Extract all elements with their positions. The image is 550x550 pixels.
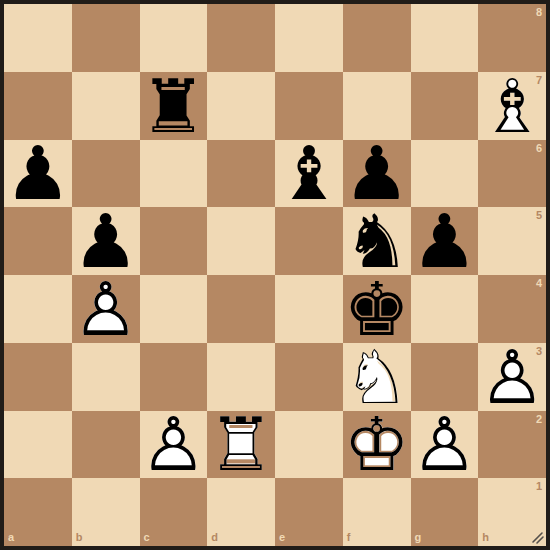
- square-e7[interactable]: [275, 72, 343, 140]
- file-label-c: c: [144, 532, 150, 543]
- file-label-h: h: [482, 532, 489, 543]
- piece-white-pawn[interactable]: ♟♙: [411, 411, 479, 479]
- square-g8[interactable]: [411, 4, 479, 72]
- square-a3[interactable]: [4, 343, 72, 411]
- file-label-d: d: [211, 532, 218, 543]
- square-h7[interactable]: 7♝♗: [478, 72, 546, 140]
- piece-black-bishop[interactable]: ♝: [275, 140, 343, 208]
- rank-label-2: 2: [536, 414, 542, 425]
- square-b6[interactable]: [72, 140, 140, 208]
- piece-white-rook[interactable]: ♜♖: [207, 411, 275, 479]
- chess-board-frame: 8♜7♝♗♟♝♟6♟♞♟5♟♙♚4♞♘3♟♙♟♙♜♖♚♔♟♙2abcdefg1h: [0, 0, 550, 550]
- square-b3[interactable]: [72, 343, 140, 411]
- square-e5[interactable]: [275, 207, 343, 275]
- rank-label-5: 5: [536, 210, 542, 221]
- square-g1[interactable]: g: [411, 478, 479, 546]
- piece-black-pawn[interactable]: ♟: [4, 140, 72, 208]
- piece-black-knight[interactable]: ♞: [343, 207, 411, 275]
- file-label-f: f: [347, 532, 351, 543]
- piece-white-bishop[interactable]: ♝♗: [478, 72, 546, 140]
- piece-black-pawn[interactable]: ♟: [411, 207, 479, 275]
- chess-board: 8♜7♝♗♟♝♟6♟♞♟5♟♙♚4♞♘3♟♙♟♙♜♖♚♔♟♙2abcdefg1h: [4, 4, 546, 546]
- piece-black-pawn[interactable]: ♟: [343, 140, 411, 208]
- piece-black-pawn[interactable]: ♟: [72, 207, 140, 275]
- square-b4[interactable]: ♟♙: [72, 275, 140, 343]
- square-h4[interactable]: 4: [478, 275, 546, 343]
- square-c3[interactable]: [140, 343, 208, 411]
- rank-label-4: 4: [536, 278, 542, 289]
- square-d6[interactable]: [207, 140, 275, 208]
- piece-white-pawn[interactable]: ♟♙: [72, 275, 140, 343]
- square-e6[interactable]: ♝: [275, 140, 343, 208]
- square-d2[interactable]: ♜♖: [207, 411, 275, 479]
- square-d7[interactable]: [207, 72, 275, 140]
- square-b2[interactable]: [72, 411, 140, 479]
- square-d3[interactable]: [207, 343, 275, 411]
- file-label-a: a: [8, 532, 14, 543]
- square-a1[interactable]: a: [4, 478, 72, 546]
- square-h1[interactable]: 1h: [478, 478, 546, 546]
- piece-white-pawn[interactable]: ♟♙: [140, 411, 208, 479]
- square-e8[interactable]: [275, 4, 343, 72]
- square-c6[interactable]: [140, 140, 208, 208]
- square-g3[interactable]: [411, 343, 479, 411]
- square-c4[interactable]: [140, 275, 208, 343]
- square-g7[interactable]: [411, 72, 479, 140]
- square-f8[interactable]: [343, 4, 411, 72]
- square-f6[interactable]: ♟: [343, 140, 411, 208]
- square-g4[interactable]: [411, 275, 479, 343]
- square-b1[interactable]: b: [72, 478, 140, 546]
- piece-black-king[interactable]: ♚: [343, 275, 411, 343]
- square-g5[interactable]: ♟: [411, 207, 479, 275]
- square-h6[interactable]: 6: [478, 140, 546, 208]
- square-d5[interactable]: [207, 207, 275, 275]
- rank-label-8: 8: [536, 7, 542, 18]
- piece-white-king[interactable]: ♚♔: [343, 411, 411, 479]
- file-label-b: b: [76, 532, 83, 543]
- square-a5[interactable]: [4, 207, 72, 275]
- square-f4[interactable]: ♚: [343, 275, 411, 343]
- square-e1[interactable]: e: [275, 478, 343, 546]
- square-a4[interactable]: [4, 275, 72, 343]
- square-b5[interactable]: ♟: [72, 207, 140, 275]
- square-f1[interactable]: f: [343, 478, 411, 546]
- square-e3[interactable]: [275, 343, 343, 411]
- square-d1[interactable]: d: [207, 478, 275, 546]
- square-c2[interactable]: ♟♙: [140, 411, 208, 479]
- square-f5[interactable]: ♞: [343, 207, 411, 275]
- square-c7[interactable]: ♜: [140, 72, 208, 140]
- square-h3[interactable]: 3♟♙: [478, 343, 546, 411]
- piece-white-pawn[interactable]: ♟♙: [478, 343, 546, 411]
- square-c1[interactable]: c: [140, 478, 208, 546]
- file-label-g: g: [415, 532, 422, 543]
- square-a6[interactable]: ♟: [4, 140, 72, 208]
- square-f3[interactable]: ♞♘: [343, 343, 411, 411]
- square-e2[interactable]: [275, 411, 343, 479]
- piece-white-knight[interactable]: ♞♘: [343, 343, 411, 411]
- resize-handle-icon[interactable]: [531, 531, 545, 545]
- square-a7[interactable]: [4, 72, 72, 140]
- square-c5[interactable]: [140, 207, 208, 275]
- square-d4[interactable]: [207, 275, 275, 343]
- square-g6[interactable]: [411, 140, 479, 208]
- rank-label-6: 6: [536, 143, 542, 154]
- square-b7[interactable]: [72, 72, 140, 140]
- square-a8[interactable]: [4, 4, 72, 72]
- square-h8[interactable]: 8: [478, 4, 546, 72]
- file-label-e: e: [279, 532, 285, 543]
- square-g2[interactable]: ♟♙: [411, 411, 479, 479]
- square-h2[interactable]: 2: [478, 411, 546, 479]
- piece-black-rook[interactable]: ♜: [140, 72, 208, 140]
- square-e4[interactable]: [275, 275, 343, 343]
- square-b8[interactable]: [72, 4, 140, 72]
- square-f7[interactable]: [343, 72, 411, 140]
- square-d8[interactable]: [207, 4, 275, 72]
- rank-label-1: 1: [536, 481, 542, 492]
- square-h5[interactable]: 5: [478, 207, 546, 275]
- square-c8[interactable]: [140, 4, 208, 72]
- square-a2[interactable]: [4, 411, 72, 479]
- square-f2[interactable]: ♚♔: [343, 411, 411, 479]
